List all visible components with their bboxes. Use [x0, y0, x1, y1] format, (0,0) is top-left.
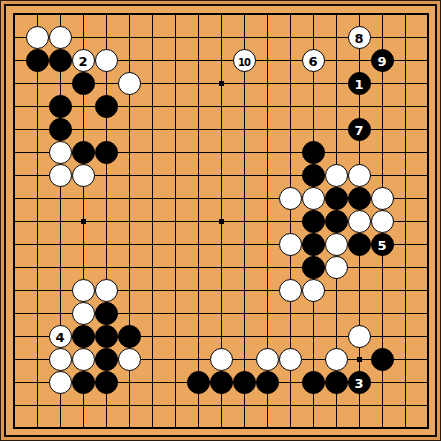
stone-black	[210, 371, 233, 394]
stone-black	[302, 210, 325, 233]
stone-black	[302, 371, 325, 394]
stone-black	[256, 371, 279, 394]
stone-white	[72, 279, 95, 302]
stone-black	[26, 49, 49, 72]
stone-white	[72, 348, 95, 371]
stone-white	[95, 279, 118, 302]
stone-black	[325, 187, 348, 210]
move-number-label: 4	[55, 330, 64, 345]
stone-black	[325, 210, 348, 233]
stone-white	[72, 164, 95, 187]
stone-white	[348, 325, 371, 348]
grid-line-vertical	[244, 13, 245, 429]
stone-black	[95, 325, 118, 348]
stone-white	[302, 279, 325, 302]
stone-white: 4	[49, 325, 72, 348]
stone-white	[49, 141, 72, 164]
stone-white: 10	[233, 49, 256, 72]
move-number-label: 7	[354, 123, 363, 138]
stone-white	[279, 279, 302, 302]
stone-black	[302, 256, 325, 279]
stone-white: 8	[348, 26, 371, 49]
stone-white	[325, 164, 348, 187]
stone-black: 5	[371, 233, 394, 256]
stone-white	[279, 348, 302, 371]
stone-white	[256, 348, 279, 371]
stone-white	[279, 187, 302, 210]
stone-white	[325, 233, 348, 256]
move-number-label: 8	[354, 31, 363, 46]
stone-white	[302, 187, 325, 210]
star-point	[357, 357, 362, 362]
grid-line-horizontal	[13, 267, 429, 268]
stone-black	[95, 371, 118, 394]
stone-white	[95, 49, 118, 72]
board-surface: 82106917543	[1, 1, 441, 441]
stone-black	[49, 49, 72, 72]
stone-black	[302, 141, 325, 164]
move-number-label: 1	[354, 77, 363, 92]
stone-black	[325, 371, 348, 394]
stone-white	[325, 348, 348, 371]
stone-white: 6	[302, 49, 325, 72]
stone-black	[72, 371, 95, 394]
move-number-label: 2	[78, 54, 87, 69]
stone-white	[26, 26, 49, 49]
stone-white	[325, 256, 348, 279]
stone-white: 2	[72, 49, 95, 72]
move-number-label: 5	[377, 238, 386, 253]
stone-black	[49, 118, 72, 141]
goban: 82106917543	[0, 0, 441, 441]
star-point	[81, 219, 86, 224]
stone-black	[49, 95, 72, 118]
star-point	[219, 219, 224, 224]
stone-white	[371, 187, 394, 210]
stone-black	[95, 348, 118, 371]
stone-black	[348, 187, 371, 210]
stone-black	[118, 325, 141, 348]
grid-line-horizontal	[13, 427, 429, 429]
stone-white	[118, 72, 141, 95]
stone-black: 9	[371, 49, 394, 72]
stone-black: 3	[348, 371, 371, 394]
stone-white	[49, 164, 72, 187]
stone-black	[72, 72, 95, 95]
stone-white	[279, 233, 302, 256]
stone-black	[302, 164, 325, 187]
stone-black	[95, 141, 118, 164]
stone-black	[72, 325, 95, 348]
stone-black	[72, 141, 95, 164]
stone-black	[371, 348, 394, 371]
stone-white	[210, 348, 233, 371]
stone-white	[49, 26, 72, 49]
star-point	[219, 81, 224, 86]
stone-black: 7	[348, 118, 371, 141]
stone-white	[49, 348, 72, 371]
stone-black	[348, 233, 371, 256]
grid-line-vertical	[427, 13, 429, 429]
stone-white	[348, 164, 371, 187]
grid-line-vertical	[405, 13, 406, 429]
stone-white	[118, 348, 141, 371]
stone-white	[49, 371, 72, 394]
stone-black	[187, 371, 210, 394]
stone-black	[302, 233, 325, 256]
move-number-label: 3	[354, 376, 363, 391]
grid-line-horizontal	[13, 405, 429, 406]
stone-white	[72, 302, 95, 325]
stone-white	[348, 210, 371, 233]
stone-black	[95, 95, 118, 118]
move-number-label: 9	[377, 54, 386, 69]
stone-black	[233, 371, 256, 394]
move-number-label: 10	[238, 57, 250, 68]
stone-white	[371, 210, 394, 233]
stone-black: 1	[348, 72, 371, 95]
move-number-label: 6	[308, 54, 317, 69]
stone-black	[95, 302, 118, 325]
